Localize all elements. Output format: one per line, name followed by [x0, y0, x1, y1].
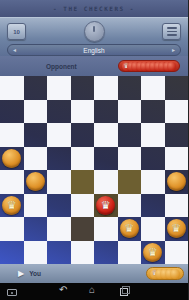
- opponent-captured-tray: ♛: [118, 60, 180, 72]
- square-r5c7: [165, 194, 189, 218]
- square-r6c3[interactable]: [71, 217, 95, 241]
- orange-man-piece[interactable]: [2, 149, 21, 168]
- circle-dial-icon[interactable]: [84, 21, 105, 42]
- square-r0c5[interactable]: [118, 76, 142, 100]
- app-title: - THE CHECKERS -: [53, 5, 135, 12]
- square-r0c6: [141, 76, 165, 100]
- square-r5c2[interactable]: [47, 194, 71, 218]
- square-r4c2: [47, 170, 71, 194]
- orange-man-piece[interactable]: [26, 172, 45, 191]
- square-r4c0: [0, 170, 24, 194]
- square-r2c6: [141, 123, 165, 147]
- square-r2c0: [0, 123, 24, 147]
- recents-icon[interactable]: [120, 288, 128, 296]
- square-r3c7: [165, 147, 189, 171]
- square-r5c0[interactable]: ♛: [0, 194, 24, 218]
- square-r6c2: [47, 217, 71, 241]
- square-r1c2[interactable]: [47, 100, 71, 124]
- square-r0c2: [47, 76, 71, 100]
- square-r6c7[interactable]: ♛: [165, 217, 189, 241]
- home-icon[interactable]: ⌂: [89, 285, 95, 295]
- square-r1c3: [71, 100, 95, 124]
- square-r4c3[interactable]: [71, 170, 95, 194]
- square-r6c5[interactable]: ♛: [118, 217, 142, 241]
- opponent-bar: Opponent ♛: [0, 56, 188, 76]
- back-icon[interactable]: ↶: [59, 285, 67, 295]
- square-r2c4: [94, 123, 118, 147]
- square-r4c6: [141, 170, 165, 194]
- square-r2c3[interactable]: [71, 123, 95, 147]
- square-r7c5: [118, 241, 142, 265]
- square-r2c5[interactable]: [118, 123, 142, 147]
- square-r0c4: [94, 76, 118, 100]
- square-r1c7: [165, 100, 189, 124]
- you-label: You: [29, 270, 41, 277]
- app-screen: - THE CHECKERS - 10 ◂ English ▸ Opponent…: [0, 0, 188, 300]
- screenshot-icon[interactable]: [7, 289, 17, 296]
- square-r6c4: [94, 217, 118, 241]
- square-r7c6[interactable]: ♛: [141, 241, 165, 265]
- opponent-label: Opponent: [46, 63, 77, 70]
- square-r1c1: [24, 100, 48, 124]
- orange-man-piece[interactable]: [167, 172, 186, 191]
- crown-icon: ♛: [124, 223, 134, 234]
- square-r0c7[interactable]: [165, 76, 189, 100]
- language-selector[interactable]: ◂ English ▸: [7, 44, 181, 56]
- orange-king-piece[interactable]: ♛: [2, 196, 21, 215]
- square-r5c6[interactable]: [141, 194, 165, 218]
- square-r2c1[interactable]: [24, 123, 48, 147]
- board-size-button[interactable]: 10: [7, 23, 26, 40]
- square-r4c5[interactable]: [118, 170, 142, 194]
- android-navbar: ↶ ⌂: [0, 283, 188, 300]
- square-r7c0[interactable]: [0, 241, 24, 265]
- square-r3c6[interactable]: [141, 147, 165, 171]
- title-bar: - THE CHECKERS -: [0, 0, 188, 17]
- language-value: English: [83, 47, 104, 54]
- square-r0c3[interactable]: [71, 76, 95, 100]
- language-next-icon[interactable]: ▸: [172, 47, 175, 53]
- square-r0c0: [0, 76, 24, 100]
- crown-icon: ♛: [101, 200, 111, 211]
- square-r7c7: [165, 241, 189, 265]
- square-r1c6[interactable]: [141, 100, 165, 124]
- square-r4c1[interactable]: [24, 170, 48, 194]
- board[interactable]: ♛♛♛♛♛: [0, 76, 188, 264]
- board-size-label: 10: [13, 29, 20, 35]
- captured-piece: [167, 62, 176, 71]
- square-r3c2[interactable]: [47, 147, 71, 171]
- you-bar: ▶ You ♛: [0, 264, 188, 283]
- language-prev-icon[interactable]: ◂: [13, 47, 16, 53]
- captured-piece: [170, 269, 180, 279]
- square-r7c1: [24, 241, 48, 265]
- square-r4c7[interactable]: [165, 170, 189, 194]
- square-r6c0: [0, 217, 24, 241]
- square-r3c5: [118, 147, 142, 171]
- square-r3c4[interactable]: [94, 147, 118, 171]
- square-r1c5: [118, 100, 142, 124]
- toolbar: 10 ◂ English ▸: [0, 17, 188, 56]
- square-r5c5: [118, 194, 142, 218]
- square-r5c4[interactable]: ♛: [94, 194, 118, 218]
- square-r5c1: [24, 194, 48, 218]
- you-captured-tray: ♛: [146, 267, 184, 280]
- crown-icon: ♛: [171, 223, 181, 234]
- square-r1c4[interactable]: [94, 100, 118, 124]
- red-king-piece[interactable]: ♛: [96, 196, 115, 215]
- square-r6c1[interactable]: [24, 217, 48, 241]
- square-r3c0[interactable]: [0, 147, 24, 171]
- square-r7c4[interactable]: [94, 241, 118, 265]
- square-r2c2: [47, 123, 71, 147]
- square-r7c2[interactable]: [47, 241, 71, 265]
- crown-icon: ♛: [7, 200, 17, 211]
- crown-icon: ♛: [148, 247, 158, 258]
- square-r3c1: [24, 147, 48, 171]
- square-r2c7[interactable]: [165, 123, 189, 147]
- square-r4c4: [94, 170, 118, 194]
- square-r6c6: [141, 217, 165, 241]
- orange-king-piece[interactable]: ♛: [167, 219, 186, 238]
- hamburger-icon: [167, 27, 177, 29]
- menu-button[interactable]: [162, 23, 181, 40]
- square-r5c3: [71, 194, 95, 218]
- square-r0c1[interactable]: [24, 76, 48, 100]
- square-r7c3: [71, 241, 95, 265]
- orange-king-piece[interactable]: ♛: [120, 219, 139, 238]
- square-r3c3: [71, 147, 95, 171]
- orange-king-piece[interactable]: ♛: [143, 243, 162, 262]
- turn-indicator-icon: ▶: [18, 270, 24, 278]
- square-r1c0[interactable]: [0, 100, 24, 124]
